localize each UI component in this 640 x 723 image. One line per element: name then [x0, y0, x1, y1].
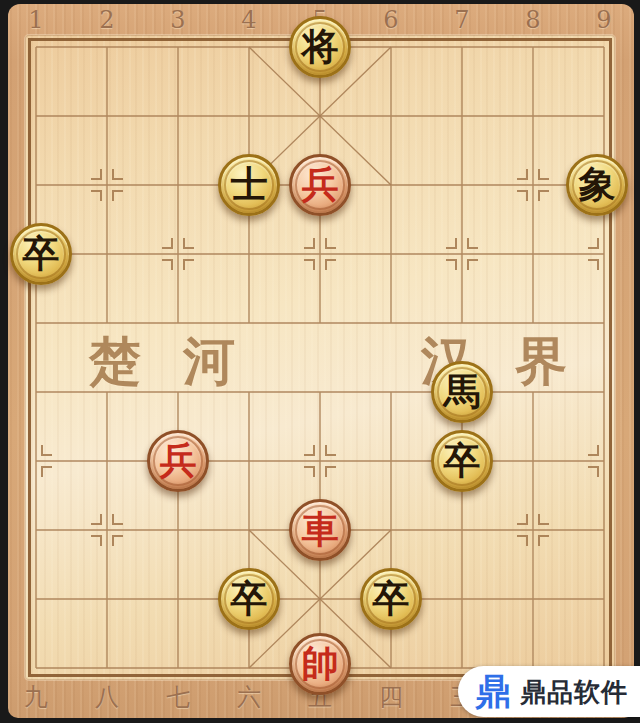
piece-black-soldier-4[interactable]: 卒: [360, 568, 422, 630]
piece-black-soldier-1[interactable]: 卒: [10, 223, 72, 285]
dingpin-logo-icon: 鼎: [475, 674, 511, 710]
piece-black-general[interactable]: 将: [289, 16, 351, 78]
watermark-text: 鼎品软件: [520, 679, 628, 705]
piece-glyph: 馬: [444, 373, 481, 410]
piece-red-general[interactable]: 帥: [289, 633, 351, 695]
piece-glyph: 兵: [302, 166, 339, 203]
watermark-badge: 鼎 鼎品软件: [458, 666, 640, 717]
piece-glyph: 象: [579, 166, 616, 203]
piece-glyph: 卒: [444, 442, 481, 479]
piece-glyph: 卒: [373, 580, 410, 617]
piece-red-soldier-2[interactable]: 兵: [147, 430, 209, 492]
piece-red-soldier-1[interactable]: 兵: [289, 154, 351, 216]
piece-glyph: 士: [231, 166, 268, 203]
piece-black-soldier-3[interactable]: 卒: [218, 568, 280, 630]
piece-glyph: 将: [302, 28, 339, 65]
piece-red-chariot[interactable]: 車: [289, 499, 351, 561]
piece-glyph: 兵: [160, 442, 197, 479]
piece-glyph: 帥: [302, 645, 339, 682]
piece-black-soldier-2[interactable]: 卒: [431, 430, 493, 492]
piece-glyph: 車: [302, 511, 339, 548]
app-screen: 楚 河 汉 界 123456789 九八七六五四三二一 将士兵象卒馬兵卒車卒卒帥…: [0, 0, 640, 723]
board-surface[interactable]: [25, 35, 615, 680]
piece-black-horse[interactable]: 馬: [431, 361, 493, 423]
piece-glyph: 卒: [23, 235, 60, 272]
piece-glyph: 卒: [231, 580, 268, 617]
piece-black-advisor[interactable]: 士: [218, 154, 280, 216]
piece-black-elephant[interactable]: 象: [566, 154, 628, 216]
